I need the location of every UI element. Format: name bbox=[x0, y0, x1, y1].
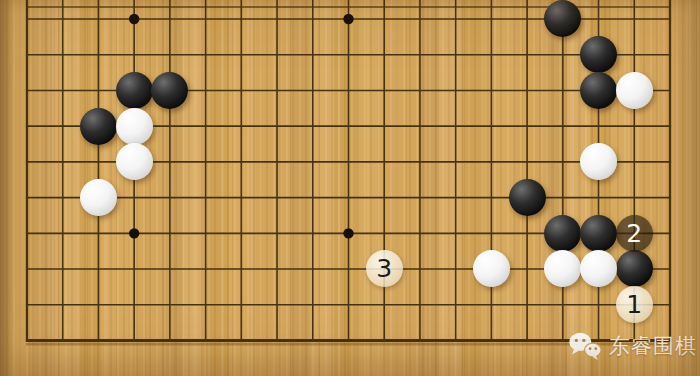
white-stone-co bbox=[80, 179, 117, 216]
move-3-stone-kq: 3 bbox=[366, 250, 403, 287]
black-stone-qp bbox=[580, 215, 617, 252]
black-stone-oo bbox=[509, 179, 546, 216]
black-stone-pp bbox=[544, 215, 581, 252]
white-stone-nq bbox=[473, 250, 510, 287]
watermark: 东睿围棋 bbox=[568, 331, 697, 361]
wechat-icon bbox=[568, 331, 602, 361]
white-stone-qn bbox=[580, 143, 617, 180]
black-stone-ql bbox=[580, 72, 617, 109]
black-stone-rq bbox=[616, 250, 653, 287]
move-2-stone-rp: 2 bbox=[616, 215, 653, 252]
white-stone-dm bbox=[116, 108, 153, 145]
go-board[interactable]: 231 东睿围棋 bbox=[0, 0, 700, 376]
white-stone-rl bbox=[616, 72, 653, 109]
black-stone-pj bbox=[544, 0, 581, 37]
move-1-stone-rr: 1 bbox=[616, 286, 653, 323]
white-stone-dn bbox=[116, 143, 153, 180]
black-stone-cm bbox=[80, 108, 117, 145]
watermark-text: 东睿围棋 bbox=[609, 332, 697, 360]
white-stone-pq bbox=[544, 250, 581, 287]
white-stone-qq bbox=[580, 250, 617, 287]
black-stone-el bbox=[151, 72, 188, 109]
stones-layer: 231 bbox=[9, 1, 688, 358]
black-stone-dl bbox=[116, 72, 153, 109]
black-stone-qk bbox=[580, 36, 617, 73]
